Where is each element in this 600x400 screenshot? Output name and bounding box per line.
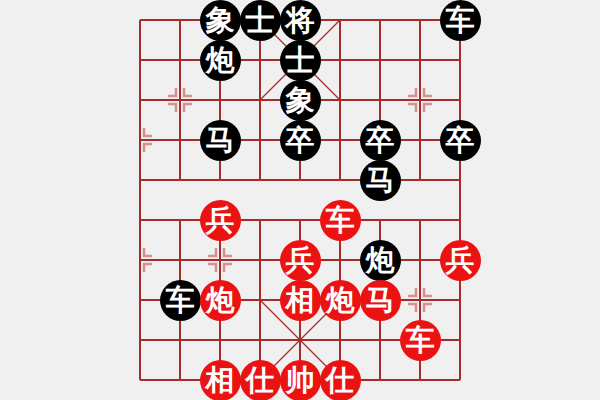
- piece-red-soldier[interactable]: 兵: [440, 240, 481, 281]
- xiangqi-app-canvas: 象士将车炮士象马卒卒卒马兵车兵炮兵车炮相炮马车相仕帅仕: [0, 0, 600, 400]
- piece-black-soldier[interactable]: 卒: [280, 120, 321, 161]
- piece-red-general[interactable]: 帅: [280, 360, 321, 400]
- piece-red-soldier[interactable]: 兵: [280, 240, 321, 281]
- piece-red-elephant[interactable]: 相: [200, 360, 241, 400]
- piece-black-elephant[interactable]: 象: [200, 0, 241, 41]
- piece-black-horse[interactable]: 马: [360, 160, 401, 201]
- piece-black-soldier[interactable]: 卒: [440, 120, 481, 161]
- piece-black-cannon[interactable]: 炮: [200, 40, 241, 81]
- piece-red-chariot[interactable]: 车: [320, 200, 361, 241]
- piece-black-chariot[interactable]: 车: [440, 0, 481, 41]
- piece-red-soldier[interactable]: 兵: [200, 200, 241, 241]
- piece-black-soldier[interactable]: 卒: [360, 120, 401, 161]
- piece-red-advisor[interactable]: 仕: [320, 360, 361, 400]
- piece-black-advisor[interactable]: 士: [240, 0, 281, 41]
- piece-black-advisor[interactable]: 士: [280, 40, 321, 81]
- piece-red-cannon[interactable]: 炮: [200, 280, 241, 321]
- piece-red-elephant[interactable]: 相: [280, 280, 321, 321]
- piece-black-chariot[interactable]: 车: [160, 280, 201, 321]
- pieces-grid: 象士将车炮士象马卒卒卒马兵车兵炮兵车炮相炮马车相仕帅仕: [120, 0, 480, 400]
- piece-black-cannon[interactable]: 炮: [360, 240, 401, 281]
- piece-red-cannon[interactable]: 炮: [320, 280, 361, 321]
- piece-red-horse[interactable]: 马: [360, 280, 401, 321]
- piece-black-horse[interactable]: 马: [200, 120, 241, 161]
- piece-black-general[interactable]: 将: [280, 0, 321, 41]
- piece-black-elephant[interactable]: 象: [280, 80, 321, 121]
- piece-red-chariot[interactable]: 车: [400, 320, 441, 361]
- piece-red-advisor[interactable]: 仕: [240, 360, 281, 400]
